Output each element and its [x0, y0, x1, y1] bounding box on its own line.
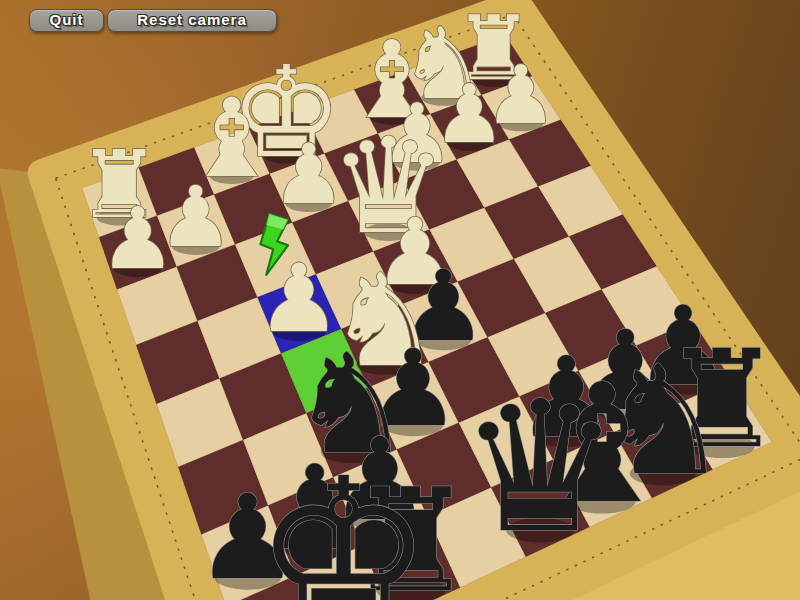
piece-white-pawn-h2[interactable]: ♟: [99, 189, 175, 288]
piece-black-queen-d8[interactable]: ♛: [459, 362, 621, 573]
reset-camera-button[interactable]: Reset camera: [107, 9, 277, 32]
quit-button[interactable]: Quit: [29, 9, 104, 32]
hud-toolbar: Quit Reset camera: [0, 0, 800, 40]
piece-black-king-g8[interactable]: ♚: [254, 435, 433, 600]
chessboard-3d-scene[interactable]: ♜♞♝♟♟♚♟♝♟♜♛♟♟♟♟♟♞♟♟♟♟♜♞♞♝♟♛♟♟♜♚: [0, 0, 800, 600]
